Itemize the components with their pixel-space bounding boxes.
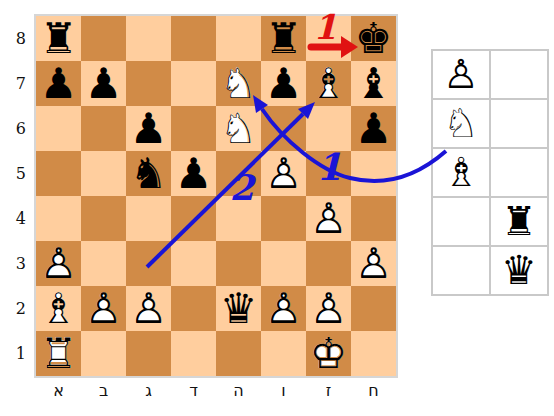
white-pawn: ♟♙ bbox=[36, 241, 81, 286]
black-rook: ♜ bbox=[491, 198, 547, 245]
piece-outline: ♙ bbox=[36, 241, 81, 286]
piece-outline: ♙ bbox=[306, 286, 351, 331]
piece-glyph: ♛ bbox=[216, 286, 261, 331]
square-h6[interactable]: ♟ bbox=[351, 106, 396, 151]
tray-cell-r3c1[interactable]: ♝♗ bbox=[432, 148, 490, 197]
square-c2[interactable]: ♟♙ bbox=[126, 286, 171, 331]
white-pawn: ♟♙ bbox=[81, 286, 126, 331]
square-f3[interactable] bbox=[261, 241, 306, 286]
piece-outline: ♙ bbox=[81, 286, 126, 331]
black-queen: ♛ bbox=[216, 286, 261, 331]
square-c8[interactable] bbox=[126, 16, 171, 61]
piece-outline: ♙ bbox=[351, 241, 396, 286]
black-pawn: ♟ bbox=[81, 61, 126, 106]
square-a6[interactable] bbox=[36, 106, 81, 151]
square-g2[interactable]: ♟♙ bbox=[306, 286, 351, 331]
square-h4[interactable] bbox=[351, 196, 396, 241]
rank-label-5: 5 bbox=[0, 151, 30, 196]
white-bishop: ♝♗ bbox=[306, 61, 351, 106]
square-g6[interactable] bbox=[306, 106, 351, 151]
white-pawn: ♟♙ bbox=[261, 151, 306, 196]
piece-glyph: ♟ bbox=[126, 106, 171, 151]
square-d7[interactable] bbox=[171, 61, 216, 106]
black-pawn: ♟ bbox=[351, 106, 396, 151]
square-b2[interactable]: ♟♙ bbox=[81, 286, 126, 331]
square-b4[interactable] bbox=[81, 196, 126, 241]
piece-glyph: ♚ bbox=[351, 16, 396, 61]
white-bishop: ♝♗ bbox=[36, 286, 81, 331]
rank-label-3: 3 bbox=[0, 241, 30, 286]
black-queen: ♛ bbox=[491, 247, 547, 294]
file-labels: אבגדהוזח bbox=[36, 378, 396, 404]
square-c6[interactable]: ♟ bbox=[126, 106, 171, 151]
square-g5[interactable] bbox=[306, 151, 351, 196]
black-pawn: ♟ bbox=[171, 151, 216, 196]
square-b7[interactable]: ♟ bbox=[81, 61, 126, 106]
rank-label-1: 1 bbox=[0, 331, 30, 376]
white-pawn: ♟♙ bbox=[433, 51, 489, 98]
captured-pieces-tray: ♟♙♞♘♝♗♜♛ bbox=[431, 49, 549, 296]
square-e7[interactable]: ♞♘ bbox=[216, 61, 261, 106]
rank-label-7: 7 bbox=[0, 61, 30, 106]
white-knight: ♞♘ bbox=[433, 100, 489, 147]
piece-glyph: ♜ bbox=[261, 16, 306, 61]
file-label-b: ב bbox=[81, 378, 126, 404]
piece-outline: ♙ bbox=[261, 286, 306, 331]
chess-diagram-page: 87654321 ♜♜♚♟♟♞♘♟♝♗♝♟♞♘♟♞♟♟♙♟♙♟♙♟♙♝♗♟♙♟♙… bbox=[0, 0, 554, 416]
square-b6[interactable] bbox=[81, 106, 126, 151]
black-king: ♚ bbox=[351, 16, 396, 61]
square-d4[interactable] bbox=[171, 196, 216, 241]
square-d5[interactable]: ♟ bbox=[171, 151, 216, 196]
file-label-c: ג bbox=[126, 378, 171, 404]
white-knight: ♞♘ bbox=[216, 106, 261, 151]
square-d2[interactable] bbox=[171, 286, 216, 331]
piece-glyph: ♟ bbox=[171, 151, 216, 196]
white-pawn: ♟♙ bbox=[306, 196, 351, 241]
piece-glyph: ♜ bbox=[36, 16, 81, 61]
white-pawn: ♟♙ bbox=[261, 286, 306, 331]
tray-cell-r5c2[interactable]: ♛ bbox=[490, 246, 548, 295]
chess-board: ♜♜♚♟♟♞♘♟♝♗♝♟♞♘♟♞♟♟♙♟♙♟♙♟♙♝♗♟♙♟♙♛♟♙♟♙♜♖♚♔ bbox=[36, 16, 396, 376]
white-king: ♚♔ bbox=[306, 331, 351, 376]
square-g1[interactable]: ♚♔ bbox=[306, 331, 351, 376]
square-f8[interactable]: ♜ bbox=[261, 16, 306, 61]
piece-glyph: ♟ bbox=[351, 106, 396, 151]
square-c1[interactable] bbox=[126, 331, 171, 376]
square-a8[interactable]: ♜ bbox=[36, 16, 81, 61]
white-bishop: ♝♗ bbox=[433, 149, 489, 196]
black-bishop: ♝ bbox=[351, 61, 396, 106]
file-label-e: ה bbox=[216, 378, 261, 404]
square-h2[interactable] bbox=[351, 286, 396, 331]
square-g8[interactable] bbox=[306, 16, 351, 61]
square-h7[interactable]: ♝ bbox=[351, 61, 396, 106]
file-label-h: ח bbox=[351, 378, 396, 404]
square-e3[interactable] bbox=[216, 241, 261, 286]
rank-label-6: 6 bbox=[0, 106, 30, 151]
piece-outline: ♔ bbox=[306, 331, 351, 376]
square-f1[interactable] bbox=[261, 331, 306, 376]
square-h3[interactable]: ♟♙ bbox=[351, 241, 396, 286]
square-e2[interactable]: ♛ bbox=[216, 286, 261, 331]
tray-cell-r4c2[interactable]: ♜ bbox=[490, 197, 548, 246]
square-b3[interactable] bbox=[81, 241, 126, 286]
piece-glyph: ♟ bbox=[36, 61, 81, 106]
square-a7[interactable]: ♟ bbox=[36, 61, 81, 106]
black-pawn: ♟ bbox=[261, 61, 306, 106]
square-g3[interactable] bbox=[306, 241, 351, 286]
square-c7[interactable] bbox=[126, 61, 171, 106]
square-b1[interactable] bbox=[81, 331, 126, 376]
piece-glyph: ♟ bbox=[261, 61, 306, 106]
rank-label-4: 4 bbox=[0, 196, 30, 241]
black-pawn: ♟ bbox=[126, 106, 171, 151]
tray-cell-r2c1[interactable]: ♞♘ bbox=[432, 99, 490, 148]
file-label-f: ו bbox=[261, 378, 306, 404]
black-pawn: ♟ bbox=[36, 61, 81, 106]
square-e4[interactable] bbox=[216, 196, 261, 241]
square-c4[interactable] bbox=[126, 196, 171, 241]
piece-outline: ♖ bbox=[36, 331, 81, 376]
piece-outline: ♘ bbox=[216, 106, 261, 151]
white-pawn: ♟♙ bbox=[351, 241, 396, 286]
square-c3[interactable] bbox=[126, 241, 171, 286]
rank-label-8: 8 bbox=[0, 16, 30, 61]
white-rook: ♜♖ bbox=[36, 331, 81, 376]
rank-labels: 87654321 bbox=[0, 16, 30, 376]
piece-outline: ♗ bbox=[306, 61, 351, 106]
square-d1[interactable] bbox=[171, 331, 216, 376]
square-e6[interactable]: ♞♘ bbox=[216, 106, 261, 151]
square-d6[interactable] bbox=[171, 106, 216, 151]
square-h1[interactable] bbox=[351, 331, 396, 376]
square-g7[interactable]: ♝♗ bbox=[306, 61, 351, 106]
white-knight: ♞♘ bbox=[216, 61, 261, 106]
square-e8[interactable] bbox=[216, 16, 261, 61]
piece-glyph: ♟ bbox=[81, 61, 126, 106]
white-pawn: ♟♙ bbox=[126, 286, 171, 331]
white-pawn: ♟♙ bbox=[306, 286, 351, 331]
square-d3[interactable] bbox=[171, 241, 216, 286]
square-a4[interactable] bbox=[36, 196, 81, 241]
square-b5[interactable] bbox=[81, 151, 126, 196]
piece-glyph: ♛ bbox=[491, 247, 547, 294]
square-a5[interactable] bbox=[36, 151, 81, 196]
tray-cell-r5c1[interactable] bbox=[432, 246, 490, 295]
black-rook: ♜ bbox=[261, 16, 306, 61]
file-label-g: ז bbox=[306, 378, 351, 404]
rank-label-2: 2 bbox=[0, 286, 30, 331]
square-g4[interactable]: ♟♙ bbox=[306, 196, 351, 241]
file-label-d: ד bbox=[171, 378, 216, 404]
tray-cell-r3c2[interactable] bbox=[490, 148, 548, 197]
piece-outline: ♙ bbox=[126, 286, 171, 331]
square-f5[interactable]: ♟♙ bbox=[261, 151, 306, 196]
piece-outline: ♙ bbox=[433, 51, 489, 98]
tray-cell-r1c1[interactable]: ♟♙ bbox=[432, 50, 490, 99]
square-f7[interactable]: ♟ bbox=[261, 61, 306, 106]
piece-outline: ♙ bbox=[261, 151, 306, 196]
square-e5[interactable] bbox=[216, 151, 261, 196]
square-b8[interactable] bbox=[81, 16, 126, 61]
square-f4[interactable] bbox=[261, 196, 306, 241]
tray-cell-r4c1[interactable] bbox=[432, 197, 490, 246]
black-knight: ♞ bbox=[126, 151, 171, 196]
piece-outline: ♗ bbox=[433, 149, 489, 196]
square-a2[interactable]: ♝♗ bbox=[36, 286, 81, 331]
piece-glyph: ♜ bbox=[491, 198, 547, 245]
piece-outline: ♘ bbox=[216, 61, 261, 106]
square-a3[interactable]: ♟♙ bbox=[36, 241, 81, 286]
tray-cell-r2c2[interactable] bbox=[490, 99, 548, 148]
piece-glyph: ♝ bbox=[351, 61, 396, 106]
piece-outline: ♘ bbox=[433, 100, 489, 147]
square-e1[interactable] bbox=[216, 331, 261, 376]
file-label-a: א bbox=[36, 378, 81, 404]
square-f6[interactable] bbox=[261, 106, 306, 151]
piece-glyph: ♞ bbox=[126, 151, 171, 196]
square-h8[interactable]: ♚ bbox=[351, 16, 396, 61]
piece-outline: ♙ bbox=[306, 196, 351, 241]
square-f2[interactable]: ♟♙ bbox=[261, 286, 306, 331]
square-a1[interactable]: ♜♖ bbox=[36, 331, 81, 376]
square-c5[interactable]: ♞ bbox=[126, 151, 171, 196]
square-d8[interactable] bbox=[171, 16, 216, 61]
square-h5[interactable] bbox=[351, 151, 396, 196]
piece-outline: ♗ bbox=[36, 286, 81, 331]
black-rook: ♜ bbox=[36, 16, 81, 61]
tray-cell-r1c2[interactable] bbox=[490, 50, 548, 99]
